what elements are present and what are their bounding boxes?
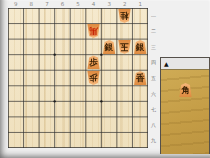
rank-label-6: 六 xyxy=(149,86,158,102)
board-square-8-7[interactable] xyxy=(24,101,40,117)
file-label-7: 7 xyxy=(39,0,55,8)
board-square-2-9[interactable] xyxy=(117,132,133,148)
board-square-5-5[interactable] xyxy=(70,70,86,86)
board-square-8-2[interactable] xyxy=(24,24,40,40)
board-square-9-1[interactable] xyxy=(8,8,24,24)
board-square-3-8[interactable] xyxy=(101,117,117,133)
board-square-6-8[interactable] xyxy=(55,117,71,133)
board-square-9-9[interactable] xyxy=(8,132,24,148)
board-square-1-6[interactable] xyxy=(132,86,148,102)
board-square-5-6[interactable] xyxy=(70,86,86,102)
board-square-3-2[interactable] xyxy=(101,24,117,40)
rank-label-3: 三 xyxy=(149,39,158,55)
board-square-4-9[interactable] xyxy=(86,132,102,148)
board-square-2-7[interactable] xyxy=(117,101,133,117)
board-square-7-9[interactable] xyxy=(39,132,55,148)
board-square-1-2[interactable] xyxy=(132,24,148,40)
board-square-8-1[interactable] xyxy=(24,8,40,24)
board-square-5-4[interactable] xyxy=(70,55,86,71)
board-square-3-9[interactable] xyxy=(101,132,117,148)
board-square-6-7[interactable] xyxy=(55,101,71,117)
rank-label-9: 九 xyxy=(149,133,158,149)
board-square-1-9[interactable] xyxy=(132,132,148,148)
hand-piece-bishop[interactable]: 角 xyxy=(179,83,192,97)
board-square-3-5[interactable] xyxy=(101,70,117,86)
piece-stand-tray: 角 xyxy=(161,69,209,154)
file-coordinate-labels: 987654321 xyxy=(8,0,148,8)
board-square-5-3[interactable] xyxy=(70,39,86,55)
board-square-9-2[interactable] xyxy=(8,24,24,40)
rank-label-1: 一 xyxy=(149,8,158,24)
board-square-2-4[interactable] xyxy=(117,55,133,71)
board-square-4-8[interactable] xyxy=(86,117,102,133)
board-square-5-9[interactable] xyxy=(70,132,86,148)
board-square-5-1[interactable] xyxy=(70,8,86,24)
file-label-4: 4 xyxy=(86,0,102,8)
rank-label-5: 五 xyxy=(149,70,158,86)
board-square-2-6[interactable] xyxy=(117,86,133,102)
board-square-8-8[interactable] xyxy=(24,117,40,133)
board-square-8-3[interactable] xyxy=(24,39,40,55)
file-label-6: 6 xyxy=(55,0,71,8)
board-square-3-4[interactable] xyxy=(101,55,117,71)
board-square-4-1[interactable] xyxy=(86,8,102,24)
board-square-6-4[interactable] xyxy=(55,55,71,71)
board-square-1-7[interactable] xyxy=(132,101,148,117)
file-label-9: 9 xyxy=(8,0,24,8)
board-square-3-6[interactable] xyxy=(101,86,117,102)
board-square-5-7[interactable] xyxy=(70,101,86,117)
board-square-7-8[interactable] xyxy=(39,117,55,133)
board-square-7-5[interactable] xyxy=(39,70,55,86)
board-square-6-6[interactable] xyxy=(55,86,71,102)
file-label-8: 8 xyxy=(24,0,40,8)
sente-marker-icon: ▲ xyxy=(161,58,209,69)
rank-label-4: 四 xyxy=(149,55,158,71)
board-square-4-6[interactable] xyxy=(86,86,102,102)
board-square-8-6[interactable] xyxy=(24,86,40,102)
board-square-9-7[interactable] xyxy=(8,101,24,117)
board-square-1-4[interactable] xyxy=(132,55,148,71)
board-square-4-7[interactable] xyxy=(86,101,102,117)
board-square-5-8[interactable] xyxy=(70,117,86,133)
board-square-9-6[interactable] xyxy=(8,86,24,102)
board-square-7-1[interactable] xyxy=(39,8,55,24)
board-square-8-5[interactable] xyxy=(24,70,40,86)
rank-label-7: 七 xyxy=(149,101,158,117)
board-square-7-3[interactable] xyxy=(39,39,55,55)
board-square-6-3[interactable] xyxy=(55,39,71,55)
board-square-6-9[interactable] xyxy=(55,132,71,148)
board-square-6-1[interactable] xyxy=(55,8,71,24)
board-square-6-2[interactable] xyxy=(55,24,71,40)
shogi-board: 桂馬銀玉銀歩歩香 xyxy=(8,8,148,148)
board-square-2-5[interactable] xyxy=(117,70,133,86)
board-square-7-7[interactable] xyxy=(39,101,55,117)
board-square-8-4[interactable] xyxy=(24,55,40,71)
board-square-9-5[interactable] xyxy=(8,70,24,86)
board-square-9-4[interactable] xyxy=(8,55,24,71)
board-square-7-4[interactable] xyxy=(39,55,55,71)
file-label-1: 1 xyxy=(133,0,149,8)
rank-label-2: 二 xyxy=(149,24,158,40)
board-square-9-3[interactable] xyxy=(8,39,24,55)
board-square-2-2[interactable] xyxy=(117,24,133,40)
board-square-9-8[interactable] xyxy=(8,117,24,133)
file-label-5: 5 xyxy=(70,0,86,8)
board-square-1-8[interactable] xyxy=(132,117,148,133)
board-square-3-1[interactable] xyxy=(101,8,117,24)
board-square-7-6[interactable] xyxy=(39,86,55,102)
board-square-4-3[interactable] xyxy=(86,39,102,55)
tsume-widget: 987654321 桂馬銀玉銀歩歩香 一二三四五六七八九 ▲ 角 xyxy=(0,0,210,158)
board-square-7-2[interactable] xyxy=(39,24,55,40)
board-square-6-5[interactable] xyxy=(55,70,71,86)
file-label-3: 3 xyxy=(101,0,117,8)
sente-piece-stand: ▲ 角 xyxy=(160,57,210,154)
file-label-2: 2 xyxy=(117,0,133,8)
rank-coordinate-labels: 一二三四五六七八九 xyxy=(149,8,158,148)
board-square-3-7[interactable] xyxy=(101,101,117,117)
rank-label-8: 八 xyxy=(149,117,158,133)
board-square-2-8[interactable] xyxy=(117,117,133,133)
board-square-8-9[interactable] xyxy=(24,132,40,148)
board-square-5-2[interactable] xyxy=(70,24,86,40)
board-square-1-1[interactable] xyxy=(132,8,148,24)
